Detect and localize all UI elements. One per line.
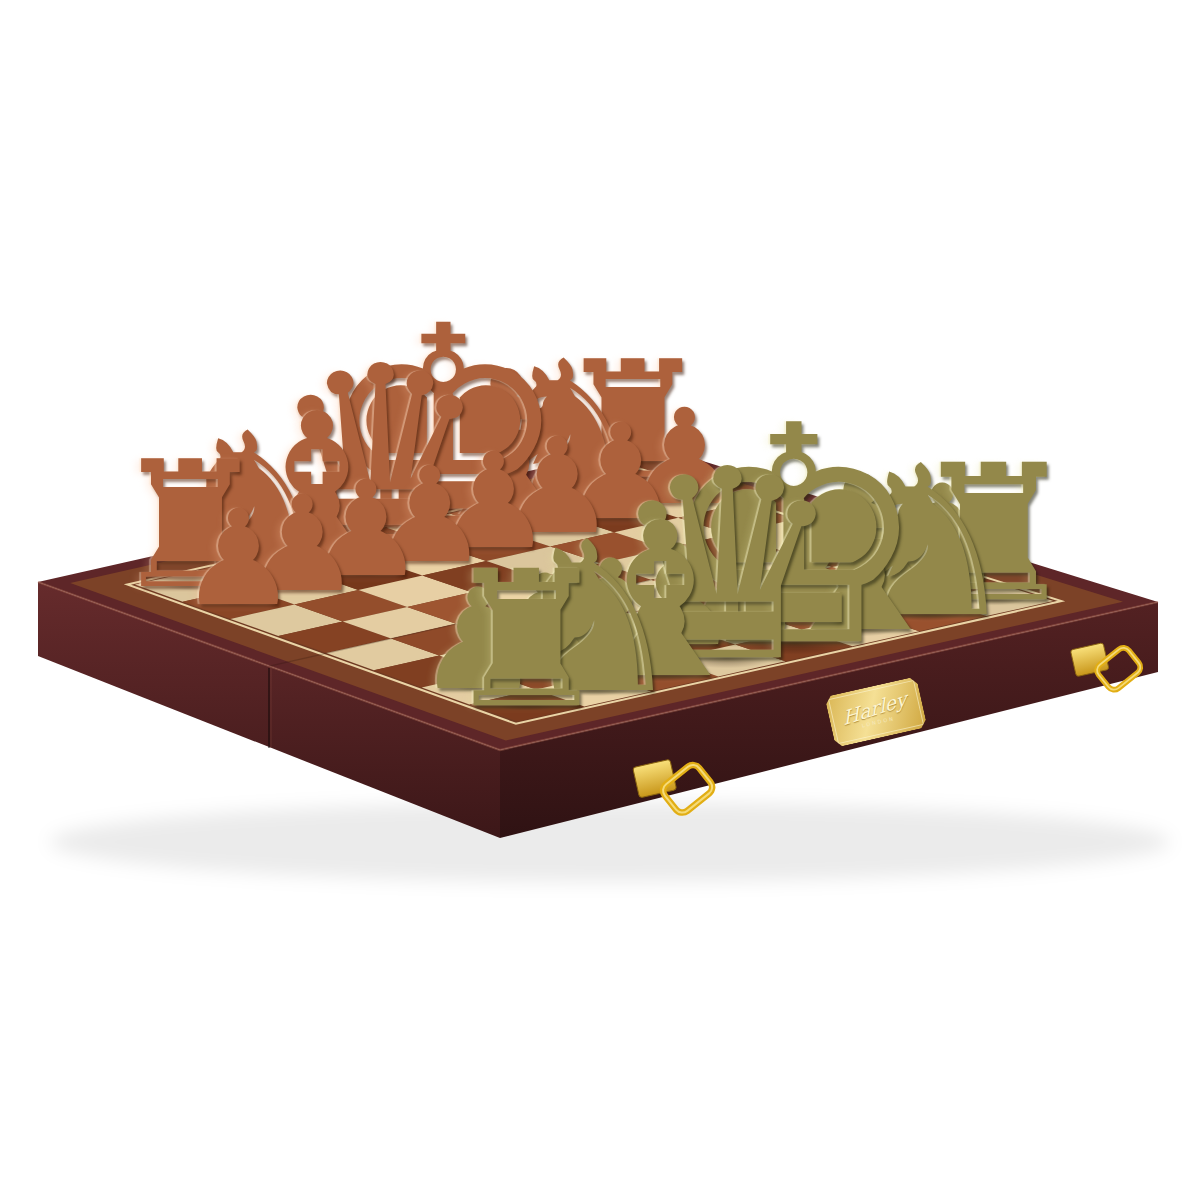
piece-brass-rook-a1[interactable]: ♜ (442, 546, 611, 734)
piece-layer: ♜♞♝♛♚♝♞♜♟♟♟♟♟♟♟♟♟♟♟♟♟♟♟♟♜♞♝♛♚♝♞♜ (0, 0, 1200, 1200)
piece-copper-pawn-a7[interactable]: ♟ (179, 492, 297, 624)
scene: Harley LONDON ♜♞♝♛♚♝♞♜♟♟♟♟♟♟♟♟♟♟♟♟♟♟♟♟♜♞… (0, 0, 1200, 1200)
